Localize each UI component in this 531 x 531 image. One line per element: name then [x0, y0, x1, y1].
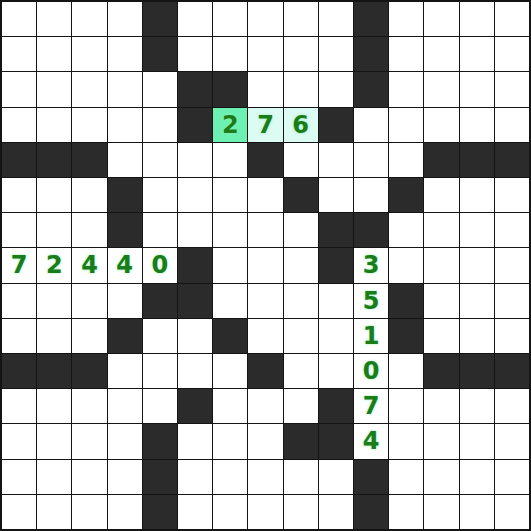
cell-r0c8[interactable]: [284, 2, 318, 36]
cell-r4c10[interactable]: [354, 143, 388, 177]
cell-r1c0[interactable]: [2, 37, 36, 71]
cell-r8c13[interactable]: [460, 284, 494, 318]
cell-r6c7[interactable]: [248, 213, 282, 247]
cell-r1c9[interactable]: [319, 37, 353, 71]
cell-r12c2[interactable]: [72, 424, 106, 458]
cell-r11c2[interactable]: [72, 389, 106, 423]
cell-r9c1[interactable]: [37, 319, 71, 353]
cell-r2c1[interactable]: [37, 72, 71, 106]
cell-r8c2[interactable]: [72, 284, 106, 318]
cell-r7c5: [178, 248, 212, 282]
cell-r13c7[interactable]: [248, 460, 282, 494]
cell-r4c11[interactable]: [389, 143, 423, 177]
cell-r8c14[interactable]: [495, 284, 529, 318]
cell-r0c9[interactable]: [319, 2, 353, 36]
cell-r3c8[interactable]: 6: [284, 108, 318, 142]
cell-r12c0[interactable]: [2, 424, 36, 458]
cell-r6c11[interactable]: [389, 213, 423, 247]
cell-r0c6[interactable]: [213, 2, 247, 36]
cell-r8c5: [178, 284, 212, 318]
cell-r10c8[interactable]: [284, 354, 318, 388]
cell-r3c14[interactable]: [495, 108, 529, 142]
cell-r5c2[interactable]: [72, 178, 106, 212]
cell-r4c6[interactable]: [213, 143, 247, 177]
cell-r8c12[interactable]: [424, 284, 458, 318]
cell-r5c12[interactable]: [424, 178, 458, 212]
cell-r8c6[interactable]: [213, 284, 247, 318]
cell-r0c2[interactable]: [72, 2, 106, 36]
cell-r9c14[interactable]: [495, 319, 529, 353]
cell-r6c4[interactable]: [143, 213, 177, 247]
cell-r13c12[interactable]: [424, 460, 458, 494]
cell-r3c12[interactable]: [424, 108, 458, 142]
cell-r9c11: [389, 319, 423, 353]
cell-r9c2[interactable]: [72, 319, 106, 353]
cell-r7c13[interactable]: [460, 248, 494, 282]
cell-r6c13[interactable]: [460, 213, 494, 247]
cell-r11c8[interactable]: [284, 389, 318, 423]
cell-r7c3[interactable]: 4: [108, 248, 142, 282]
cell-r11c10[interactable]: 7: [354, 389, 388, 423]
cell-r12c9: [319, 424, 353, 458]
cell-r2c10: [354, 72, 388, 106]
cell-r10c14: [495, 354, 529, 388]
cell-r11c1[interactable]: [37, 389, 71, 423]
cell-r11c3[interactable]: [108, 389, 142, 423]
cell-r4c3[interactable]: [108, 143, 142, 177]
cell-r13c4: [143, 460, 177, 494]
cell-r1c11[interactable]: [389, 37, 423, 71]
cell-r10c10[interactable]: 0: [354, 354, 388, 388]
cell-r4c4[interactable]: [143, 143, 177, 177]
cell-r2c3[interactable]: [108, 72, 142, 106]
cell-r10c7: [248, 354, 282, 388]
cell-r8c7[interactable]: [248, 284, 282, 318]
cell-r0c1[interactable]: [37, 2, 71, 36]
cell-r2c11[interactable]: [389, 72, 423, 106]
cell-r14c5[interactable]: [178, 495, 212, 529]
cell-r1c4: [143, 37, 177, 71]
cell-r1c10: [354, 37, 388, 71]
cell-r2c8[interactable]: [284, 72, 318, 106]
cell-r6c3: [108, 213, 142, 247]
cell-r5c11: [389, 178, 423, 212]
cell-r13c2[interactable]: [72, 460, 106, 494]
cell-r7c12[interactable]: [424, 248, 458, 282]
cell-r1c8[interactable]: [284, 37, 318, 71]
cell-r7c10[interactable]: 3: [354, 248, 388, 282]
cell-r9c12[interactable]: [424, 319, 458, 353]
cell-r2c0[interactable]: [2, 72, 36, 106]
cell-r6c6[interactable]: [213, 213, 247, 247]
cell-r14c10: [354, 495, 388, 529]
cell-r7c9: [319, 248, 353, 282]
cell-r10c4[interactable]: [143, 354, 177, 388]
cell-r5c10[interactable]: [354, 178, 388, 212]
puzzle-board: 27672440351074: [0, 0, 531, 531]
cell-r2c7[interactable]: [248, 72, 282, 106]
cell-r12c6[interactable]: [213, 424, 247, 458]
cell-r10c11[interactable]: [389, 354, 423, 388]
cell-r13c11[interactable]: [389, 460, 423, 494]
cell-r0c10: [354, 2, 388, 36]
cell-r12c12[interactable]: [424, 424, 458, 458]
cell-r1c13[interactable]: [460, 37, 494, 71]
cell-r7c0[interactable]: 7: [2, 248, 36, 282]
cell-r12c1[interactable]: [37, 424, 71, 458]
cell-r3c9: [319, 108, 353, 142]
cell-r0c14[interactable]: [495, 2, 529, 36]
cell-r13c10: [354, 460, 388, 494]
cell-r5c1[interactable]: [37, 178, 71, 212]
cell-r14c3[interactable]: [108, 495, 142, 529]
cell-r14c6[interactable]: [213, 495, 247, 529]
cell-r3c5: [178, 108, 212, 142]
cell-r2c14[interactable]: [495, 72, 529, 106]
cell-r0c13[interactable]: [460, 2, 494, 36]
cell-r11c12[interactable]: [424, 389, 458, 423]
cell-r9c7[interactable]: [248, 319, 282, 353]
cell-r10c12: [424, 354, 458, 388]
cell-r3c3[interactable]: [108, 108, 142, 142]
cell-r1c12[interactable]: [424, 37, 458, 71]
cell-r5c9[interactable]: [319, 178, 353, 212]
cell-r4c14: [495, 143, 529, 177]
cell-r13c3[interactable]: [108, 460, 142, 494]
cell-r3c11[interactable]: [389, 108, 423, 142]
cell-r1c7[interactable]: [248, 37, 282, 71]
cell-r11c6[interactable]: [213, 389, 247, 423]
cell-r3c7[interactable]: 7: [248, 108, 282, 142]
cell-r14c9[interactable]: [319, 495, 353, 529]
cell-r11c5: [178, 389, 212, 423]
cell-r6c8[interactable]: [284, 213, 318, 247]
cell-r10c5[interactable]: [178, 354, 212, 388]
cell-r11c13[interactable]: [460, 389, 494, 423]
cell-r11c7[interactable]: [248, 389, 282, 423]
cell-r13c9[interactable]: [319, 460, 353, 494]
cell-r12c11[interactable]: [389, 424, 423, 458]
cell-r5c8: [284, 178, 318, 212]
cell-r6c0[interactable]: [2, 213, 36, 247]
cell-r10c6[interactable]: [213, 354, 247, 388]
cell-r1c5[interactable]: [178, 37, 212, 71]
cell-r5c14[interactable]: [495, 178, 529, 212]
cell-r2c9[interactable]: [319, 72, 353, 106]
cell-r3c10[interactable]: [354, 108, 388, 142]
cell-r9c6: [213, 319, 247, 353]
cell-r5c7[interactable]: [248, 178, 282, 212]
cell-r14c2[interactable]: [72, 495, 106, 529]
cell-r4c0: [2, 143, 36, 177]
cell-r3c1[interactable]: [37, 108, 71, 142]
cell-r0c0[interactable]: [2, 2, 36, 36]
cell-r4c12: [424, 143, 458, 177]
cell-r8c3[interactable]: [108, 284, 142, 318]
cell-r6c1[interactable]: [37, 213, 71, 247]
cell-r14c0[interactable]: [2, 495, 36, 529]
cell-r13c0[interactable]: [2, 460, 36, 494]
cell-r10c0: [2, 354, 36, 388]
cell-r2c6: [213, 72, 247, 106]
cell-r4c9[interactable]: [319, 143, 353, 177]
cell-r0c11[interactable]: [389, 2, 423, 36]
cell-r7c4[interactable]: 0: [143, 248, 177, 282]
cell-r9c5[interactable]: [178, 319, 212, 353]
cell-r13c1[interactable]: [37, 460, 71, 494]
cell-r13c13[interactable]: [460, 460, 494, 494]
cell-r4c7: [248, 143, 282, 177]
cell-r0c12[interactable]: [424, 2, 458, 36]
cell-r1c2[interactable]: [72, 37, 106, 71]
cell-r14c14[interactable]: [495, 495, 529, 529]
cell-r7c6[interactable]: [213, 248, 247, 282]
cell-r6c10: [354, 213, 388, 247]
cell-r1c3[interactable]: [108, 37, 142, 71]
cell-r7c2[interactable]: 4: [72, 248, 106, 282]
cell-r9c9[interactable]: [319, 319, 353, 353]
cell-r12c3[interactable]: [108, 424, 142, 458]
cell-r0c5[interactable]: [178, 2, 212, 36]
cell-r5c6[interactable]: [213, 178, 247, 212]
cell-r11c4[interactable]: [143, 389, 177, 423]
cell-r2c2[interactable]: [72, 72, 106, 106]
cell-r8c10[interactable]: 5: [354, 284, 388, 318]
cell-r3c0[interactable]: [2, 108, 36, 142]
cell-r6c2[interactable]: [72, 213, 106, 247]
cell-r11c14[interactable]: [495, 389, 529, 423]
cell-r4c5[interactable]: [178, 143, 212, 177]
cell-r7c14[interactable]: [495, 248, 529, 282]
cell-r3c6[interactable]: 2: [213, 108, 247, 142]
cell-r2c4[interactable]: [143, 72, 177, 106]
cell-r12c5[interactable]: [178, 424, 212, 458]
cell-r7c1[interactable]: 2: [37, 248, 71, 282]
cell-r2c13[interactable]: [460, 72, 494, 106]
cell-r0c3[interactable]: [108, 2, 142, 36]
cell-r1c6[interactable]: [213, 37, 247, 71]
cell-r7c11[interactable]: [389, 248, 423, 282]
cell-r0c4: [143, 2, 177, 36]
cell-r9c10[interactable]: 1: [354, 319, 388, 353]
cell-r14c4: [143, 495, 177, 529]
cell-r4c2: [72, 143, 106, 177]
cell-r9c0[interactable]: [2, 319, 36, 353]
cell-r6c12[interactable]: [424, 213, 458, 247]
cell-r10c1: [37, 354, 71, 388]
cell-r8c11: [389, 284, 423, 318]
cell-r14c7[interactable]: [248, 495, 282, 529]
cell-r6c5[interactable]: [178, 213, 212, 247]
cell-r12c4: [143, 424, 177, 458]
cell-r12c7[interactable]: [248, 424, 282, 458]
cell-r10c3[interactable]: [108, 354, 142, 388]
cell-r8c4: [143, 284, 177, 318]
cell-r5c3: [108, 178, 142, 212]
cell-r13c14[interactable]: [495, 460, 529, 494]
cell-r1c1[interactable]: [37, 37, 71, 71]
cell-r14c8[interactable]: [284, 495, 318, 529]
cell-r3c4[interactable]: [143, 108, 177, 142]
cell-r10c2: [72, 354, 106, 388]
cell-r3c2[interactable]: [72, 108, 106, 142]
cell-r4c13: [460, 143, 494, 177]
cell-r5c13[interactable]: [460, 178, 494, 212]
cell-r13c5[interactable]: [178, 460, 212, 494]
cell-r0c7[interactable]: [248, 2, 282, 36]
cell-r13c6[interactable]: [213, 460, 247, 494]
cell-r10c13: [460, 354, 494, 388]
cell-r11c11[interactable]: [389, 389, 423, 423]
cell-r4c1: [37, 143, 71, 177]
cell-r8c9[interactable]: [319, 284, 353, 318]
cell-r2c12[interactable]: [424, 72, 458, 106]
cell-r8c8[interactable]: [284, 284, 318, 318]
cell-r14c12[interactable]: [424, 495, 458, 529]
cell-r9c8[interactable]: [284, 319, 318, 353]
cell-r14c13[interactable]: [460, 495, 494, 529]
cell-r2c5: [178, 72, 212, 106]
cell-r6c9: [319, 213, 353, 247]
cell-r12c10[interactable]: 4: [354, 424, 388, 458]
cell-r5c5[interactable]: [178, 178, 212, 212]
cell-r5c0[interactable]: [2, 178, 36, 212]
cell-r5c4[interactable]: [143, 178, 177, 212]
cell-r6c14[interactable]: [495, 213, 529, 247]
cell-r7c8[interactable]: [284, 248, 318, 282]
cell-r13c8[interactable]: [284, 460, 318, 494]
cell-r11c9: [319, 389, 353, 423]
cell-r11c0[interactable]: [2, 389, 36, 423]
cell-r12c8: [284, 424, 318, 458]
cell-r12c13[interactable]: [460, 424, 494, 458]
cell-r8c1[interactable]: [37, 284, 71, 318]
cell-r1c14[interactable]: [495, 37, 529, 71]
cell-r9c3: [108, 319, 142, 353]
cell-r3c13[interactable]: [460, 108, 494, 142]
cell-r9c4[interactable]: [143, 319, 177, 353]
cell-r7c7[interactable]: [248, 248, 282, 282]
cell-r9c13[interactable]: [460, 319, 494, 353]
cell-r14c11[interactable]: [389, 495, 423, 529]
cell-r10c9[interactable]: [319, 354, 353, 388]
cell-r4c8[interactable]: [284, 143, 318, 177]
cell-r14c1[interactable]: [37, 495, 71, 529]
cell-r8c0[interactable]: [2, 284, 36, 318]
cell-r12c14[interactable]: [495, 424, 529, 458]
